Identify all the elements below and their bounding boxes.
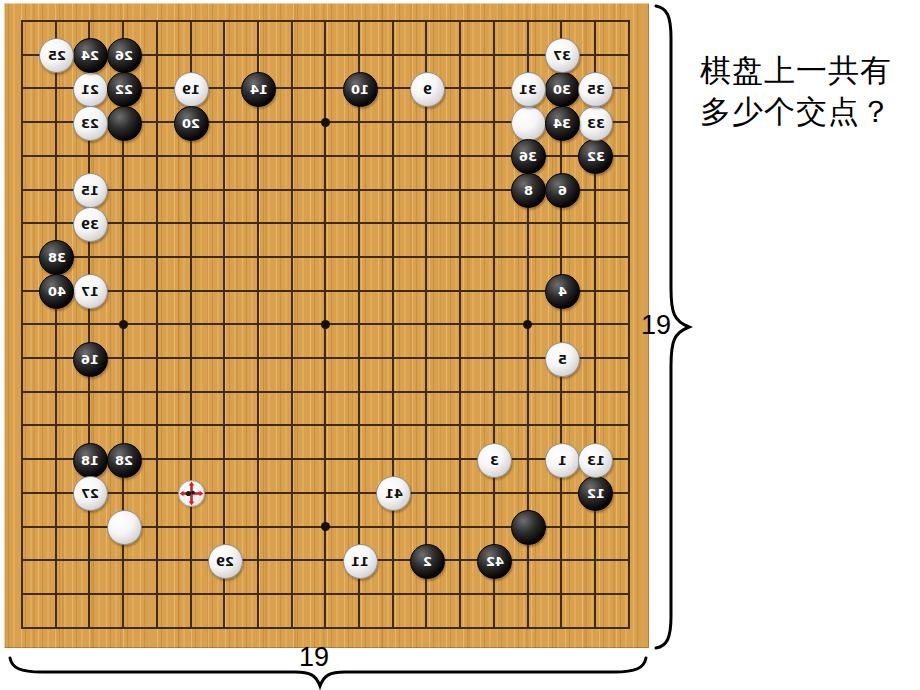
white-stone-17: 17	[73, 274, 108, 309]
stone-number: 33	[587, 117, 605, 130]
stone-number: 15	[81, 184, 99, 197]
stone-number: 35	[587, 83, 605, 96]
black-stone-10: 10	[343, 72, 378, 107]
stone-number: 41	[385, 487, 403, 500]
stone-number: 32	[587, 150, 605, 163]
white-stone-5: 5	[545, 342, 580, 377]
stone-number: 40	[48, 285, 66, 298]
stone-number: 30	[553, 83, 571, 96]
crosshair-marker	[178, 480, 205, 507]
stone-number: 14	[250, 83, 268, 96]
white-stone-31: 31	[511, 72, 546, 107]
stone-number: 6	[558, 184, 567, 197]
black-stone-22: 22	[107, 72, 142, 107]
stone-number: 19	[182, 83, 200, 96]
stone-number: 23	[81, 117, 99, 130]
grid-line-horizontal	[21, 357, 630, 359]
black-stone-4: 4	[545, 274, 580, 309]
black-stone-38: 38	[39, 240, 74, 275]
white-stone-27: 27	[73, 476, 108, 511]
stone-number: 10	[351, 83, 369, 96]
stone-number: 36	[519, 150, 537, 163]
grid-line-vertical	[425, 20, 427, 629]
black-stone-26: 26	[107, 38, 142, 73]
grid-line-vertical	[459, 20, 461, 629]
stone-number: 12	[587, 487, 605, 500]
grid-line-horizontal	[21, 424, 630, 426]
question-text: 棋盘上一共有 多少个交点？	[700, 50, 910, 132]
black-stone-8: 8	[511, 173, 546, 208]
white-stone-41: 41	[376, 476, 411, 511]
star-point	[523, 320, 532, 329]
white-stone-37: 37	[545, 38, 580, 73]
black-stone-24: 24	[73, 38, 108, 73]
black-stone-6: 6	[545, 173, 580, 208]
black-stone-40: 40	[39, 274, 74, 309]
stone-number: 5	[558, 353, 567, 366]
stone-number: 4	[558, 285, 567, 298]
stone-number: 31	[519, 83, 537, 96]
white-stone	[511, 106, 546, 141]
stone-number: 24	[81, 49, 99, 62]
white-stone-23: 23	[73, 106, 108, 141]
stone-number: 11	[351, 555, 369, 568]
white-stone-1: 1	[545, 443, 580, 478]
stone-number: 38	[48, 251, 66, 264]
stone-number: 22	[115, 83, 133, 96]
stone-number: 9	[423, 83, 432, 96]
grid-line-horizontal	[21, 627, 630, 629]
stone-number: 42	[486, 555, 504, 568]
white-stone-15: 15	[73, 173, 108, 208]
star-point	[119, 320, 128, 329]
black-stone-28: 28	[107, 443, 142, 478]
white-stone-25: 25	[39, 38, 74, 73]
stone-number: 29	[216, 555, 234, 568]
stone-number: 18	[81, 454, 99, 467]
grid-line-horizontal	[21, 559, 630, 561]
stone-number: 25	[48, 49, 66, 62]
crosshair-icon	[179, 481, 204, 506]
grid-line-horizontal	[21, 593, 630, 595]
star-point	[321, 118, 330, 127]
black-stone-36: 36	[511, 139, 546, 174]
board-width-label: 19	[299, 644, 329, 671]
grid-line-vertical	[628, 20, 630, 629]
black-stone-18: 18	[73, 443, 108, 478]
black-stone-16: 16	[73, 342, 108, 377]
white-stone-9: 9	[410, 72, 445, 107]
black-stone	[511, 510, 546, 545]
star-point	[321, 320, 330, 329]
black-stone-12: 12	[578, 476, 613, 511]
white-stone-33: 33	[578, 106, 613, 141]
go-lesson-slide: 1234568910111213141516171819202122232425…	[0, 0, 920, 690]
grid-line-vertical	[493, 20, 495, 629]
stone-number: 20	[182, 117, 200, 130]
black-stone-42: 42	[477, 544, 512, 579]
white-stone-19: 19	[174, 72, 209, 107]
stone-number: 27	[81, 487, 99, 500]
white-stone-3: 3	[477, 443, 512, 478]
black-stone-14: 14	[241, 72, 276, 107]
black-stone	[107, 106, 142, 141]
stone-number: 28	[115, 454, 133, 467]
white-stone-39: 39	[73, 207, 108, 242]
star-point	[321, 522, 330, 531]
white-stone-35: 35	[578, 72, 613, 107]
black-stone-2: 2	[410, 544, 445, 579]
grid-line-vertical	[358, 20, 360, 629]
go-board: 1234568910111213141516171819202122232425…	[4, 3, 649, 648]
grid-line-horizontal	[21, 492, 630, 494]
black-stone-30: 30	[545, 72, 580, 107]
grid-line-vertical	[392, 20, 394, 629]
white-stone-29: 29	[208, 544, 243, 579]
white-stone	[107, 510, 142, 545]
black-stone-34: 34	[545, 106, 580, 141]
black-stone-20: 20	[174, 106, 209, 141]
stone-number: 34	[553, 117, 571, 130]
stone-number: 21	[81, 83, 99, 96]
stone-number: 16	[81, 353, 99, 366]
grid-line-horizontal	[21, 391, 630, 393]
stone-number: 37	[553, 49, 571, 62]
black-stone-32: 32	[578, 139, 613, 174]
white-stone-13: 13	[578, 443, 613, 478]
question-line2: 多少个交点？	[700, 91, 910, 132]
stone-number: 17	[81, 285, 99, 298]
white-stone-11: 11	[343, 544, 378, 579]
board-height-label: 19	[641, 312, 671, 339]
stone-number: 2	[423, 555, 432, 568]
stone-number: 39	[81, 218, 99, 231]
stone-number: 13	[587, 454, 605, 467]
stone-number: 8	[524, 184, 533, 197]
stone-number: 3	[490, 454, 499, 467]
stone-number: 26	[115, 49, 133, 62]
white-stone-21: 21	[73, 72, 108, 107]
question-line1: 棋盘上一共有	[700, 50, 910, 91]
stone-number: 1	[558, 454, 567, 467]
